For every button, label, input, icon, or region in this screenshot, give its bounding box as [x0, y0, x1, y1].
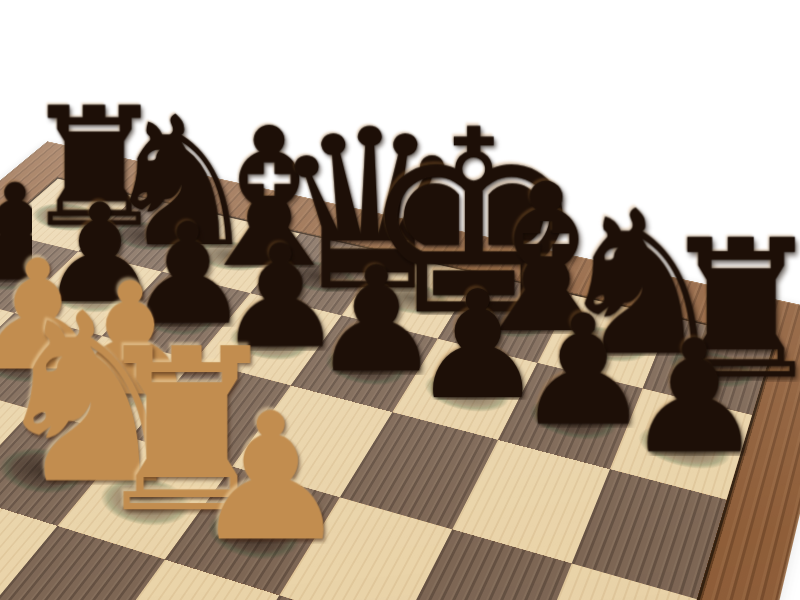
chess-photo-scene: ♜♞♝♛♚♝♞♜♟♟♟♟♟♟♟♟♟♟♞♜♟	[0, 0, 800, 600]
board-frame: ♜♞♝♛♚♝♞♜♟♟♟♟♟♟♟♟♟♟♞♜♟	[0, 141, 800, 600]
square-d4	[0, 526, 165, 600]
perspective-camera: ♜♞♝♛♚♝♞♜♟♟♟♟♟♟♟♟♟♟♞♜♟	[0, 0, 800, 600]
chess-board-grid: ♜♞♝♛♚♝♞♜♟♟♟♟♟♟♟♟♟♟♞♜♟	[0, 179, 774, 600]
chess-board: ♜♞♝♛♚♝♞♜♟♟♟♟♟♟♟♟♟♟♞♜♟	[0, 141, 800, 600]
